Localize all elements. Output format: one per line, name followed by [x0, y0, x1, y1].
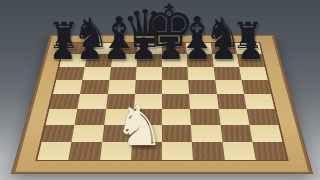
white-knight-d2: ♞ — [114, 104, 164, 148]
black-pawn-g7: ♟ — [211, 37, 238, 60]
black-pawn-d7: ♟ — [131, 37, 158, 60]
black-pawn-h7: ♟ — [238, 37, 265, 60]
black-pawn-b7: ♟ — [77, 37, 104, 60]
black-pawn-e7: ♟ — [158, 37, 185, 60]
pieces-layer: ♜♞♝♛♚♝♞♜♟♟♟♟♟♟♟♟♞ — [0, 0, 320, 180]
black-pawn-a7: ♟ — [50, 37, 77, 60]
black-pawn-f7: ♟ — [185, 37, 212, 60]
chess-photo-scene: ♜♞♝♛♚♝♞♜♟♟♟♟♟♟♟♟♞ — [0, 0, 320, 180]
black-pawn-c7: ♟ — [104, 37, 131, 60]
